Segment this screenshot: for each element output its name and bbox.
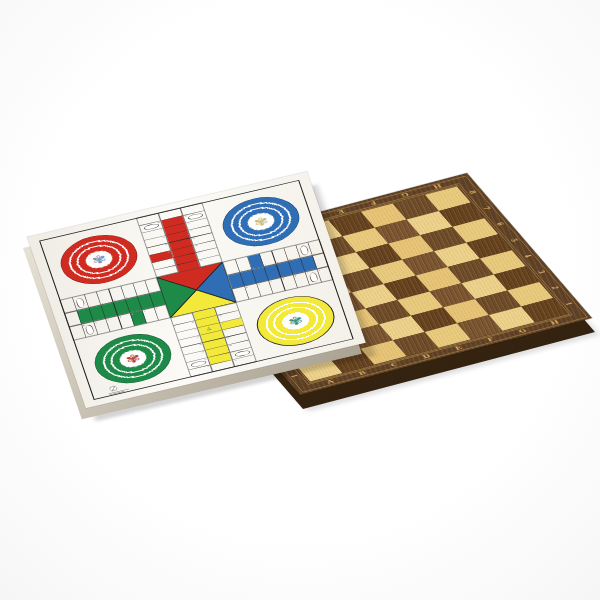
parcheesi-cell-line bbox=[105, 319, 110, 332]
parcheesi-cell-line bbox=[271, 251, 276, 264]
parcheesi-cell-line bbox=[145, 280, 150, 293]
parcheesi-cell-number-mark bbox=[202, 351, 204, 352]
parcheesi-cell-line bbox=[120, 286, 125, 299]
parcheesi-cell-number-mark bbox=[170, 259, 172, 260]
parcheesi-cell-number-mark bbox=[197, 337, 199, 338]
rosette-icon: ✾ bbox=[90, 253, 108, 267]
parcheesi-cell-number-mark bbox=[160, 229, 162, 230]
parcheesi-cell-number-mark bbox=[319, 270, 320, 271]
parcheesi-cell-number-mark bbox=[83, 325, 84, 326]
parcheesi-cell-line bbox=[244, 286, 249, 299]
parcheesi-cell-number-mark bbox=[219, 315, 221, 316]
parcheesi-cell-number-mark bbox=[200, 260, 202, 261]
parcheesi-cell-line bbox=[235, 259, 240, 272]
parcheesi-cell-line bbox=[308, 242, 313, 255]
parcheesi-cell-number-mark bbox=[198, 253, 200, 254]
parcheesi-cell-number-mark bbox=[205, 359, 207, 360]
parcheesi-cell-number-mark bbox=[235, 360, 237, 361]
parcheesi-cell-number-mark bbox=[195, 245, 197, 246]
parcheesi-cell-number-mark bbox=[295, 275, 296, 276]
parcheesi-cell-number-mark bbox=[132, 313, 133, 314]
parcheesi-cell-number-mark bbox=[163, 237, 165, 238]
parcheesi-cell-line bbox=[293, 275, 298, 288]
parcheesi-cell-line bbox=[256, 283, 261, 296]
parcheesi-cell-number-mark bbox=[185, 215, 187, 216]
parcheesi-cell-number-mark bbox=[156, 308, 157, 309]
parcheesi-safe-oval bbox=[75, 297, 85, 308]
parcheesi-cell-number-mark bbox=[224, 330, 226, 331]
parcheesi-cell-number-mark bbox=[271, 281, 272, 282]
parcheesi-cell-number-mark bbox=[108, 319, 109, 320]
parcheesi-cell-number-mark bbox=[173, 266, 175, 267]
parcheesi-cell-number-mark bbox=[190, 230, 192, 231]
parcheesi-cell-number-mark bbox=[246, 287, 247, 288]
parcheesi-cell-line bbox=[132, 283, 137, 296]
parcheesi-cell-line bbox=[280, 278, 285, 291]
parcheesi-safe-oval bbox=[308, 272, 318, 283]
parcheesi-safe-oval bbox=[299, 245, 309, 256]
product-photo-scene: AABBCCDDEEFFGGHH1122334455667788 ✾✾✾✾△ bbox=[0, 0, 600, 600]
parcheesi-cell-number-mark bbox=[120, 316, 121, 317]
rosette-icon: ✾ bbox=[287, 314, 305, 328]
rosette-icon: ✾ bbox=[252, 215, 270, 229]
parcheesi-cell-number-mark bbox=[207, 366, 209, 367]
parcheesi-cell-number-mark bbox=[188, 223, 190, 224]
parcheesi-cell-number-mark bbox=[95, 322, 96, 323]
parcheesi-cell-line bbox=[93, 322, 98, 335]
parcheesi-cell-line bbox=[117, 316, 122, 329]
parcheesi-cell-line bbox=[108, 289, 113, 302]
salida-triangle-icon: △ bbox=[206, 326, 211, 330]
parcheesi-cell-line bbox=[268, 281, 273, 294]
parcheesi-cell-line bbox=[154, 307, 159, 320]
parcheesi-cell-number-mark bbox=[144, 311, 145, 312]
parcheesi-cell-number-mark bbox=[307, 272, 308, 273]
parcheesi-cell-line bbox=[84, 295, 89, 308]
parcheesi-cell-line bbox=[317, 269, 322, 282]
parcheesi-cell-number-mark bbox=[232, 352, 234, 353]
parcheesi-cell-line bbox=[96, 292, 101, 305]
parcheesi-cell-number-mark bbox=[258, 284, 259, 285]
parcheesi-cell-number-mark bbox=[193, 238, 195, 239]
parcheesi-cell-number-mark bbox=[165, 244, 167, 245]
parcheesi-cell-number-mark bbox=[199, 344, 201, 345]
parcheesi-safe-oval bbox=[85, 324, 95, 335]
parcheesi-cell-number-mark bbox=[194, 329, 196, 330]
rosette-icon: ✾ bbox=[124, 352, 142, 366]
parcheesi-cell-line bbox=[283, 248, 288, 261]
parcheesi-cell-number-mark bbox=[227, 338, 229, 339]
parcheesi-cell-number-mark bbox=[192, 322, 194, 323]
parcheesi-cell-number-mark bbox=[158, 222, 160, 223]
parcheesi-cell-number-mark bbox=[229, 345, 231, 346]
parcheesi-cell-number-mark bbox=[283, 278, 284, 279]
